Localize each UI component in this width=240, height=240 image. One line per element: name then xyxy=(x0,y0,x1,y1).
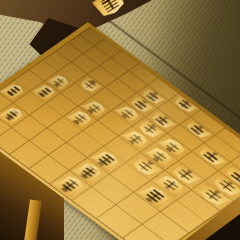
kanji-ink-smudge xyxy=(84,80,97,90)
kanji-ink-smudge xyxy=(137,160,154,172)
shogi-game-photo: 歩兵 歩兵香車歩兵王将歩兵歩兵歩兵銀将金将歩兵歩兵銀将歩兵歩兵桂馬歩兵玉将歩兵歩… xyxy=(0,0,240,240)
kanji-ink-smudge xyxy=(121,108,136,118)
kanji-ink-smudge xyxy=(6,86,20,96)
kanji-ink-smudge xyxy=(81,166,98,179)
kanji-ink-smudge xyxy=(129,133,145,144)
kanji-ink-smudge xyxy=(61,179,79,192)
kanji-ink-smudge xyxy=(146,92,159,102)
kanji-ink-smudge xyxy=(5,110,20,121)
kanji-ink-smudge xyxy=(165,141,181,152)
kanji-ink-smudge xyxy=(152,150,168,162)
kanji-ink-smudge xyxy=(53,77,66,87)
kanji-ink-smudge xyxy=(155,116,170,126)
kanji-ink-smudge xyxy=(142,124,157,135)
board-leg xyxy=(24,199,41,240)
kanji-ink-smudge xyxy=(176,169,193,181)
kanji-ink-smudge xyxy=(88,103,103,113)
kanji-ink-smudge xyxy=(38,87,52,97)
kanji-ink-smudge xyxy=(134,100,148,110)
kanji-ink-smudge xyxy=(98,154,115,166)
kanji-ink-smudge xyxy=(73,113,88,124)
kanji-ink-smudge xyxy=(146,189,164,202)
